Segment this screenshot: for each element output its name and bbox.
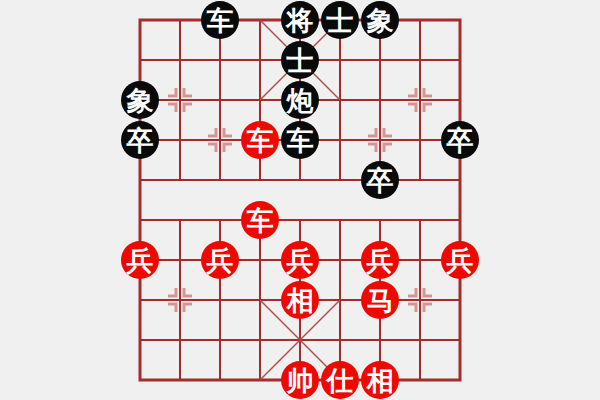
point-c4r1[interactable]: 士 xyxy=(280,40,320,80)
point-c7r4[interactable] xyxy=(400,160,440,200)
point-c0r7[interactable] xyxy=(120,280,160,320)
point-c3r3[interactable]: 车 xyxy=(240,120,280,160)
piece-black-soldier[interactable]: 卒 xyxy=(121,121,159,159)
point-c2r4[interactable] xyxy=(200,160,240,200)
point-c3r7[interactable] xyxy=(240,280,280,320)
point-c5r1[interactable] xyxy=(320,40,360,80)
point-c8r5[interactable] xyxy=(440,200,480,240)
piece-black-chariot[interactable]: 车 xyxy=(281,121,319,159)
point-c5r9[interactable]: 仕 xyxy=(320,360,360,400)
point-c3r6[interactable] xyxy=(240,240,280,280)
piece-red-soldier[interactable]: 兵 xyxy=(281,241,319,279)
point-c8r8[interactable] xyxy=(440,320,480,360)
point-c5r0[interactable]: 士 xyxy=(320,0,360,40)
point-c1r4[interactable] xyxy=(160,160,200,200)
piece-red-soldier[interactable]: 兵 xyxy=(121,241,159,279)
point-c8r4[interactable] xyxy=(440,160,480,200)
point-c6r7[interactable]: 马 xyxy=(360,280,400,320)
point-c3r4[interactable] xyxy=(240,160,280,200)
point-c0r9[interactable] xyxy=(120,360,160,400)
point-c4r2[interactable]: 炮 xyxy=(280,80,320,120)
point-c8r7[interactable] xyxy=(440,280,480,320)
point-c0r6[interactable]: 兵 xyxy=(120,240,160,280)
point-c5r6[interactable] xyxy=(320,240,360,280)
point-c5r8[interactable] xyxy=(320,320,360,360)
point-c2r9[interactable] xyxy=(200,360,240,400)
point-c6r4[interactable]: 卒 xyxy=(360,160,400,200)
point-c3r8[interactable] xyxy=(240,320,280,360)
point-c1r3[interactable] xyxy=(160,120,200,160)
piece-red-chariot[interactable]: 车 xyxy=(241,121,279,159)
point-c1r7[interactable] xyxy=(160,280,200,320)
point-c6r3[interactable] xyxy=(360,120,400,160)
piece-black-soldier[interactable]: 卒 xyxy=(361,161,399,199)
point-c3r0[interactable] xyxy=(240,0,280,40)
point-c2r0[interactable]: 车 xyxy=(200,0,240,40)
point-c0r8[interactable] xyxy=(120,320,160,360)
point-c2r1[interactable] xyxy=(200,40,240,80)
point-c2r8[interactable] xyxy=(200,320,240,360)
point-c4r8[interactable] xyxy=(280,320,320,360)
point-c2r5[interactable] xyxy=(200,200,240,240)
piece-red-horse[interactable]: 马 xyxy=(361,281,399,319)
point-c4r3[interactable]: 车 xyxy=(280,120,320,160)
point-c0r2[interactable]: 象 xyxy=(120,80,160,120)
piece-red-general[interactable]: 帅 xyxy=(281,361,319,399)
point-c3r9[interactable] xyxy=(240,360,280,400)
point-c7r0[interactable] xyxy=(400,0,440,40)
point-c6r1[interactable] xyxy=(360,40,400,80)
point-c1r0[interactable] xyxy=(160,0,200,40)
point-c6r9[interactable]: 相 xyxy=(360,360,400,400)
point-c8r9[interactable] xyxy=(440,360,480,400)
point-c1r8[interactable] xyxy=(160,320,200,360)
point-c1r1[interactable] xyxy=(160,40,200,80)
point-c0r0[interactable] xyxy=(120,0,160,40)
point-c7r2[interactable] xyxy=(400,80,440,120)
piece-black-advisor[interactable]: 士 xyxy=(321,1,359,39)
point-c1r2[interactable] xyxy=(160,80,200,120)
piece-black-soldier[interactable]: 卒 xyxy=(441,121,479,159)
point-c7r8[interactable] xyxy=(400,320,440,360)
point-c5r5[interactable] xyxy=(320,200,360,240)
point-c8r2[interactable] xyxy=(440,80,480,120)
piece-red-elephant[interactable]: 相 xyxy=(361,361,399,399)
point-c1r5[interactable] xyxy=(160,200,200,240)
board-grid: 车将士象士象炮卒车车卒卒车兵兵兵兵兵相马帅仕相 xyxy=(120,0,480,400)
piece-black-cannon[interactable]: 炮 xyxy=(281,81,319,119)
point-c7r7[interactable] xyxy=(400,280,440,320)
point-c7r5[interactable] xyxy=(400,200,440,240)
point-c1r6[interactable] xyxy=(160,240,200,280)
piece-red-advisor[interactable]: 仕 xyxy=(321,361,359,399)
point-c4r4[interactable] xyxy=(280,160,320,200)
point-c4r0[interactable]: 将 xyxy=(280,0,320,40)
point-c0r4[interactable] xyxy=(120,160,160,200)
point-c2r6[interactable]: 兵 xyxy=(200,240,240,280)
point-c4r5[interactable] xyxy=(280,200,320,240)
point-c6r8[interactable] xyxy=(360,320,400,360)
point-c1r9[interactable] xyxy=(160,360,200,400)
point-c2r3[interactable] xyxy=(200,120,240,160)
piece-black-general[interactable]: 将 xyxy=(281,1,319,39)
point-c6r6[interactable]: 兵 xyxy=(360,240,400,280)
piece-red-soldier[interactable]: 兵 xyxy=(201,241,239,279)
point-c8r1[interactable] xyxy=(440,40,480,80)
piece-black-advisor[interactable]: 士 xyxy=(281,41,319,79)
point-c3r5[interactable]: 车 xyxy=(240,200,280,240)
point-c2r2[interactable] xyxy=(200,80,240,120)
point-c7r6[interactable] xyxy=(400,240,440,280)
xiangqi-board-screen: 车将士象士象炮卒车车卒卒车兵兵兵兵兵相马帅仕相 xyxy=(0,0,600,400)
piece-red-soldier[interactable]: 兵 xyxy=(441,241,479,279)
point-c7r3[interactable] xyxy=(400,120,440,160)
point-c6r2[interactable] xyxy=(360,80,400,120)
point-c8r0[interactable] xyxy=(440,0,480,40)
point-c3r2[interactable] xyxy=(240,80,280,120)
piece-red-elephant[interactable]: 相 xyxy=(281,281,319,319)
point-c8r3[interactable]: 卒 xyxy=(440,120,480,160)
point-c4r6[interactable]: 兵 xyxy=(280,240,320,280)
point-c7r1[interactable] xyxy=(400,40,440,80)
piece-black-elephant[interactable]: 象 xyxy=(121,81,159,119)
point-c5r3[interactable] xyxy=(320,120,360,160)
point-c6r5[interactable] xyxy=(360,200,400,240)
point-c4r9[interactable]: 帅 xyxy=(280,360,320,400)
point-c0r1[interactable] xyxy=(120,40,160,80)
point-c5r4[interactable] xyxy=(320,160,360,200)
point-c6r0[interactable]: 象 xyxy=(360,0,400,40)
point-c0r3[interactable]: 卒 xyxy=(120,120,160,160)
piece-red-soldier[interactable]: 兵 xyxy=(361,241,399,279)
point-c2r7[interactable] xyxy=(200,280,240,320)
point-c5r2[interactable] xyxy=(320,80,360,120)
point-c4r7[interactable]: 相 xyxy=(280,280,320,320)
piece-red-chariot[interactable]: 车 xyxy=(241,201,279,239)
point-c8r6[interactable]: 兵 xyxy=(440,240,480,280)
point-c5r7[interactable] xyxy=(320,280,360,320)
piece-black-elephant[interactable]: 象 xyxy=(361,1,399,39)
point-c0r5[interactable] xyxy=(120,200,160,240)
piece-black-chariot[interactable]: 车 xyxy=(201,1,239,39)
point-c3r1[interactable] xyxy=(240,40,280,80)
point-c7r9[interactable] xyxy=(400,360,440,400)
